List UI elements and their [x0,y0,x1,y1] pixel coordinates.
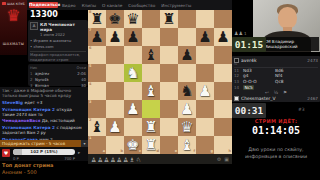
channel-tabs: ВидеоКлипыО каналеСообществоИнструменты [62,0,191,10]
donation-goal-widget: ♥ 102 Р (15%) ▸ 0 Р 700 Р [0,147,88,161]
square-d5[interactable] [142,64,160,82]
file-label: c [139,150,141,154]
leaderboard-value: 40 [81,77,86,82]
subscribe-button[interactable]: Подписаться [29,2,58,8]
square-b8[interactable]: ♚ [106,10,124,28]
square-g3[interactable] [196,100,214,118]
takeback-icon[interactable]: ↩ [265,90,269,95]
square-b7[interactable]: ♟ [106,28,124,46]
black-bishop[interactable]: ♝ [144,46,157,64]
event-card: ♙ КЛ Чемпионат мира 1 июня 2022 • Играем… [28,20,88,62]
white-clock: 00:31 [232,103,266,118]
square-f3[interactable]: ♟ [178,100,196,118]
square-d1[interactable]: d♜ [142,136,160,154]
rank-label: 5 [89,65,91,69]
square-a5[interactable]: 5 [88,64,106,82]
streamer-surname: Мишадровский [264,44,317,49]
last-move-highlight[interactable]: Nc5 [243,85,254,90]
collapse-icon[interactable]: ▾ [81,140,88,147]
white-pawn[interactable]: ♟ [180,100,193,118]
black-move[interactable]: Bd6 [275,68,307,73]
donation-goal-bar: 102 Р (15%) [13,149,75,155]
chat-message: ЧемодановВася Да, настоящий [2,118,86,123]
player-bottom-rating: 2467 [307,96,318,101]
captured-piece-icon: ♘ [136,156,141,163]
leaderboard-col-name: Ник [30,66,37,70]
leaderboard-col-value: Очки [77,66,86,70]
white-queen[interactable]: ♛ [180,118,193,136]
file-label: h [229,150,232,154]
black-pawn[interactable]: ♟ [126,28,139,46]
goal-arrow-icon[interactable]: ▸ [78,150,80,155]
black-pawn[interactable]: ♟ [180,46,193,64]
move-number: 13 [234,79,243,84]
black-queen[interactable]: ♛ [126,10,139,28]
white-move[interactable]: g4 [243,73,275,78]
square-h1[interactable]: h [214,136,232,154]
move-list-panel: aver4k 2473 № 11Nd3Bd612g4Nf413O-O-OQc81… [232,56,320,102]
white-rook[interactable]: ♜ [144,118,157,136]
rank-label: 8 [89,11,91,15]
black-move[interactable]: Qc8 [275,79,307,84]
square-e4[interactable] [160,82,178,100]
file-label: b [120,150,123,154]
square-c6[interactable] [124,46,142,64]
stream-live-label: СТРИМ ИДЁТ: [232,118,320,124]
captured-count: 1 [244,31,247,36]
square-c5[interactable]: ♞ [124,64,142,82]
file-label: f [193,150,195,154]
white-pawn[interactable]: ♟ [108,118,121,136]
banner-tagline: ШАХМАТЫ [0,42,27,46]
event-bullet-1: • Играем в шахматы [30,38,86,43]
white-move[interactable]: Nd3 [243,68,275,73]
chat-message: так - даже в Марафоне обычно только выиг… [2,88,86,99]
white-bishop[interactable]: ♝ [144,82,157,100]
top-donation-value: Аноним - 500 [2,169,37,175]
support-banner[interactable]: Поддержать стрим - 5 часов ▾ [0,140,88,147]
leaderboard-name[interactable]: Nyro4k [35,77,81,82]
captured-piece-icon: ♙ [110,156,115,163]
black-move[interactable]: Nf4 [275,73,307,78]
square-h3[interactable] [214,100,232,118]
chat-panel[interactable]: так - даже в Марафоне обычно только выиг… [0,87,88,140]
draw-offer-icon[interactable]: ½ [274,90,278,95]
square-b1[interactable]: b [106,136,124,154]
chat-message: SteveBig едет +3 [2,100,86,105]
top-donation-title: Топ донат стрима [2,162,53,168]
goal-progress-text: 102 Р (15%) [13,149,75,155]
square-g7[interactable]: ♟ [196,28,214,46]
square-d2[interactable]: ♜ [142,118,160,136]
queen-emblem-icon: ♛ [0,6,27,25]
chess-board[interactable]: 8♜♚♛♜7♟♟♟♟♟6♝♟5♞4♝♞♟3♟♟2♝♟♜♛1abc♚d♜ef♝gh [88,10,232,154]
leaderboard-name[interactable]: ajedrez [35,71,77,76]
square-h4[interactable] [214,82,232,100]
square-c7[interactable]: ♟ [124,28,142,46]
square-a6[interactable]: 6 [88,46,106,64]
square-a4[interactable]: 4 [88,82,106,100]
tab-о-канале[interactable]: О канале [102,3,122,8]
support-banner-text: Поддержать стрим - 5 часов [2,141,65,146]
captured-by-black: ♟♟1 [234,30,247,36]
rank-label: 3 [89,101,91,105]
goal-min-label: 0 Р [13,156,19,161]
move-number: 14 [234,85,243,90]
viewer-leaderboard: Ник Очки 1ajedrez2:062Nyro4k403Birman30 [28,64,88,86]
captured-pawn-icons: ♟♟ [234,30,243,36]
stream-timer: 01:14:05 [232,125,320,136]
black-pawn[interactable]: ♟ [216,28,229,46]
square-g1[interactable]: g [196,136,214,154]
rank-label: 6 [89,47,91,51]
black-pawn[interactable]: ♟ [108,28,121,46]
square-c4[interactable] [124,82,142,100]
square-b6[interactable] [106,46,124,64]
event-bullet-2[interactable]: • chess.com [30,44,86,49]
white-color-dot [234,96,239,101]
square-f2[interactable]: ♛ [178,118,196,136]
white-move[interactable]: O-O-O [243,79,275,84]
leaderboard-row: 2Nyro4k40 [30,77,86,82]
square-e2[interactable] [160,118,178,136]
square-e8[interactable]: ♜ [160,10,178,28]
move-row: 11Nd3Bd6 [234,68,318,74]
square-a8[interactable]: 8♜ [88,10,106,28]
top-bar: Подписаться ВидеоКлипыО каналеСообщество… [0,0,232,10]
square-g2[interactable] [196,118,214,136]
rank-label: 7 [89,29,91,33]
chat-username[interactable]: SteveBig [2,100,25,105]
rank-label: 1 [89,137,91,141]
move-row: 13O-O-OQc8 [234,79,318,85]
captured-piece-icon: ♙ [104,156,109,163]
square-d3[interactable] [142,100,160,118]
leaderboard-row: 1ajedrez2:06 [30,71,86,76]
black-bishop[interactable]: ♝ [90,118,103,136]
square-d8[interactable] [142,10,160,28]
captured-piece-icon: ♗ [129,156,134,163]
tab-сообщество[interactable]: Сообщество [128,3,155,8]
black-rook[interactable]: ♜ [90,10,103,28]
chat-username[interactable]: Установщик Катера 2 [2,125,56,130]
square-b3[interactable] [106,100,124,118]
square-h7[interactable]: ♟ [214,28,232,46]
player-top-rating: 2473 [307,58,318,63]
stream-screen: Подписаться ВидеоКлипыО каналеСообщество… [0,0,320,180]
square-g4[interactable]: ♟ [196,82,214,100]
black-clock: 01:15 [232,37,266,52]
event-subtitle: 1 июня 2022 [40,32,86,37]
board-theme-icon[interactable]: ▣ [224,156,229,162]
leaderboard-value: 2:06 [77,71,86,76]
move-row: 12g4Nf4 [234,73,318,79]
square-e1[interactable]: e [160,136,178,154]
square-f1[interactable]: f♝ [178,136,196,154]
chat-message: Установщик Катера 2 откуда такие 2473 ва… [2,107,86,118]
webcam-caption: CM Владимир Мишадровский [262,37,319,51]
settings-gear-icon[interactable]: ⚙ [217,156,221,162]
chat-message: Установщик Катера 2 с подарком задонатил… [2,125,86,136]
square-e5[interactable] [160,64,178,82]
black-pawn[interactable]: ♟ [90,28,103,46]
square-f4[interactable]: ♞ [178,82,196,100]
player-bottom-name[interactable]: Chessmaster_V [241,96,305,101]
white-pawn[interactable]: ♟ [198,82,211,100]
square-e6[interactable] [160,46,178,64]
square-e3[interactable] [160,100,178,118]
square-c1[interactable]: c♚ [124,136,142,154]
captured-pieces-tray: ♙♙♙♙♙♙♗♘⚙▣ [88,154,232,164]
followers-count: 13300 [30,10,58,19]
streamer-face [278,7,297,29]
arena-rank: #3 [298,107,305,112]
square-c8[interactable]: ♛ [124,10,142,28]
file-label: e [175,150,177,154]
square-h2[interactable] [214,118,232,136]
square-a7[interactable]: 7♟ [88,28,106,46]
lessons-info-line1: Даю уроки по скайпу, [232,147,320,152]
player-top-name[interactable]: aver4k [241,58,305,63]
chat-username[interactable]: Установщик Катера 2 [2,107,56,112]
captured-piece-icon: ♙ [123,156,128,163]
file-label: d [156,150,159,154]
tab-инструменты[interactable]: Инструменты [161,3,191,8]
square-a2[interactable]: 2♝ [88,118,106,136]
square-d4[interactable]: ♝ [142,82,160,100]
white-king[interactable]: ♚ [126,136,139,154]
square-d7[interactable] [142,28,160,46]
channel-logo-icon [2,2,6,6]
square-a3[interactable]: 3 [88,100,106,118]
square-d6[interactable]: ♝ [142,46,160,64]
lessons-info-line2: информация в описании [232,154,320,159]
square-h8[interactable] [214,10,232,28]
black-king[interactable]: ♚ [108,10,121,28]
tab-видео[interactable]: Видео [62,3,76,8]
file-label: g [210,150,213,154]
event-icon: ♙ [30,22,38,30]
channel-logo-text: ШАХ КЛУБ [7,2,25,6]
white-bishop[interactable]: ♝ [180,136,193,154]
resign-flag-icon[interactable]: ⚑ [283,90,287,95]
black-rook[interactable]: ♜ [162,10,175,28]
square-g6[interactable] [196,46,214,64]
square-c2[interactable] [124,118,142,136]
donation-heart-icon: ♥ [2,149,10,157]
rank-label: 4 [89,83,91,87]
white-knight[interactable]: ♞ [126,64,139,82]
square-f8[interactable] [178,10,196,28]
square-e7[interactable] [160,28,178,46]
square-h6[interactable] [214,46,232,64]
square-b2[interactable]: ♟ [106,118,124,136]
square-g8[interactable] [196,10,214,28]
move-number: 12 [234,73,243,78]
square-a1[interactable]: 1a [88,136,106,154]
square-g5[interactable] [196,64,214,82]
tab-клипы[interactable]: Клипы [82,3,96,8]
white-move[interactable]: Nc5 [243,85,275,90]
event-title: КЛ Чемпионат мира [40,22,86,32]
chat-username[interactable]: ЧемодановВася [2,118,42,123]
square-f7[interactable] [178,28,196,46]
square-c3[interactable]: ♟ [124,100,142,118]
white-pawn[interactable]: ♟ [126,100,139,118]
move-number: 11 [234,68,243,73]
rank-label: 2 [89,119,91,123]
captured-piece-icon: ♙ [97,156,102,163]
channel-banner: ШАХ КЛУБ ♛ ШАХМАТЫ [0,0,27,55]
captured-piece-icon: ♙ [117,156,122,163]
black-knight[interactable]: ♞ [180,82,193,100]
captured-piece-icon: ♙ [91,156,96,163]
square-b4[interactable] [106,82,124,100]
square-b5[interactable] [106,64,124,82]
square-h5[interactable] [214,64,232,82]
square-f5[interactable] [178,64,196,82]
square-f6[interactable]: ♟ [178,46,196,64]
goal-max-label: 700 Р [45,156,75,161]
event-description: Марафон продолжается, поддержите стрим [30,53,86,62]
black-pawn[interactable]: ♟ [198,28,211,46]
file-label: a [103,150,105,154]
